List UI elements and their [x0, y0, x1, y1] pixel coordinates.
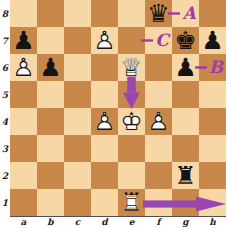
- black-pawn-g6: ♟: [172, 54, 199, 81]
- square-d4: ♟♙: [91, 108, 118, 135]
- rank-label-3: 3: [0, 135, 10, 162]
- square-f6: [145, 54, 172, 81]
- square-a8: [10, 0, 37, 27]
- square-b1: [37, 189, 64, 216]
- file-label-h: h: [199, 216, 226, 228]
- rank-label-5: 5: [0, 81, 10, 108]
- square-d3: [91, 135, 118, 162]
- rank-label-1: 1: [0, 189, 10, 216]
- rank-label-4: 4: [0, 108, 10, 135]
- piece-outline: ♙: [91, 108, 118, 135]
- square-f5: [145, 81, 172, 108]
- square-b4: [37, 108, 64, 135]
- white-pawn-d4: ♟♙: [91, 108, 118, 135]
- rank-label-8: 8: [0, 0, 10, 27]
- square-f3: [145, 135, 172, 162]
- piece-outline: ♙: [91, 27, 118, 54]
- piece-outline: ♕: [118, 54, 145, 81]
- piece-glyph: ♟: [172, 54, 199, 81]
- square-e3: [118, 135, 145, 162]
- square-h7: ♟: [199, 27, 226, 54]
- square-e2: [118, 162, 145, 189]
- black-rook-g2: ♜: [172, 162, 199, 189]
- white-rook-e1: ♜♖: [118, 189, 145, 216]
- square-e6: ♛♕: [118, 54, 145, 81]
- white-pawn-d7: ♟♙: [91, 27, 118, 54]
- square-g7: ♚: [172, 27, 199, 54]
- square-d1: [91, 189, 118, 216]
- square-a2: [10, 162, 37, 189]
- piece-outline: ♖: [118, 189, 145, 216]
- square-a1: [10, 189, 37, 216]
- square-g4: [172, 108, 199, 135]
- square-b5: [37, 81, 64, 108]
- file-label-b: b: [37, 216, 64, 228]
- file-label-e: e: [118, 216, 145, 228]
- square-c4: [64, 108, 91, 135]
- square-h5: [199, 81, 226, 108]
- square-e8: [118, 0, 145, 27]
- square-c8: [64, 0, 91, 27]
- square-f2: [145, 162, 172, 189]
- square-d5: [91, 81, 118, 108]
- square-h8: [199, 0, 226, 27]
- file-label-a: a: [10, 216, 37, 228]
- piece-outline: ♙: [10, 54, 37, 81]
- file-label-f: f: [145, 216, 172, 228]
- piece-glyph: ♟: [199, 27, 226, 54]
- square-f1: [145, 189, 172, 216]
- square-c3: [64, 135, 91, 162]
- square-c2: [64, 162, 91, 189]
- piece-outline: ♔: [118, 108, 145, 135]
- square-a4: [10, 108, 37, 135]
- square-e4: ♚♔: [118, 108, 145, 135]
- square-h1: [199, 189, 226, 216]
- square-c5: [64, 81, 91, 108]
- rank-label-2: 2: [0, 162, 10, 189]
- square-h3: [199, 135, 226, 162]
- square-b2: [37, 162, 64, 189]
- chess-diagram: 87654321 ♛♟♟♙♚♟♟♙♟♛♕♟♟♙♚♔♟♙♜♜♖ ACB abcde…: [0, 0, 228, 228]
- square-g5: [172, 81, 199, 108]
- square-e1: ♜♖: [118, 189, 145, 216]
- square-g6: ♟: [172, 54, 199, 81]
- black-pawn-h7: ♟: [199, 27, 226, 54]
- square-c6: [64, 54, 91, 81]
- piece-glyph: ♟: [10, 27, 37, 54]
- file-labels: abcdefgh: [10, 216, 226, 228]
- square-e7: [118, 27, 145, 54]
- square-a7: ♟: [10, 27, 37, 54]
- piece-glyph: ♚: [172, 27, 199, 54]
- black-pawn-a7: ♟: [10, 27, 37, 54]
- square-a3: [10, 135, 37, 162]
- square-d8: [91, 0, 118, 27]
- square-b3: [37, 135, 64, 162]
- piece-glyph: ♟: [37, 54, 64, 81]
- square-c1: [64, 189, 91, 216]
- square-g3: [172, 135, 199, 162]
- square-b7: [37, 27, 64, 54]
- square-d6: [91, 54, 118, 81]
- piece-outline: ♙: [145, 108, 172, 135]
- file-label-c: c: [64, 216, 91, 228]
- square-f8: ♛: [145, 0, 172, 27]
- white-pawn-f4: ♟♙: [145, 108, 172, 135]
- square-g1: [172, 189, 199, 216]
- file-label-d: d: [91, 216, 118, 228]
- white-pawn-a6: ♟♙: [10, 54, 37, 81]
- square-g2: ♜: [172, 162, 199, 189]
- square-b6: ♟: [37, 54, 64, 81]
- square-e5: [118, 81, 145, 108]
- square-h6: [199, 54, 226, 81]
- white-queen-e6: ♛♕: [118, 54, 145, 81]
- square-d7: ♟♙: [91, 27, 118, 54]
- square-a6: ♟♙: [10, 54, 37, 81]
- file-label-g: g: [172, 216, 199, 228]
- black-pawn-b6: ♟: [37, 54, 64, 81]
- square-d2: [91, 162, 118, 189]
- square-a5: [10, 81, 37, 108]
- square-b8: [37, 0, 64, 27]
- rank-label-7: 7: [0, 27, 10, 54]
- chess-board: ♛♟♟♙♚♟♟♙♟♛♕♟♟♙♚♔♟♙♜♜♖: [10, 0, 226, 217]
- rank-labels: 87654321: [0, 0, 10, 216]
- square-h4: [199, 108, 226, 135]
- black-king-g7: ♚: [172, 27, 199, 54]
- black-queen-f8: ♛: [145, 0, 172, 27]
- square-f7: [145, 27, 172, 54]
- square-g8: [172, 0, 199, 27]
- piece-glyph: ♜: [172, 162, 199, 189]
- piece-glyph: ♛: [145, 0, 172, 27]
- square-c7: [64, 27, 91, 54]
- square-f4: ♟♙: [145, 108, 172, 135]
- rank-label-6: 6: [0, 54, 10, 81]
- white-king-e4: ♚♔: [118, 108, 145, 135]
- square-h2: [199, 162, 226, 189]
